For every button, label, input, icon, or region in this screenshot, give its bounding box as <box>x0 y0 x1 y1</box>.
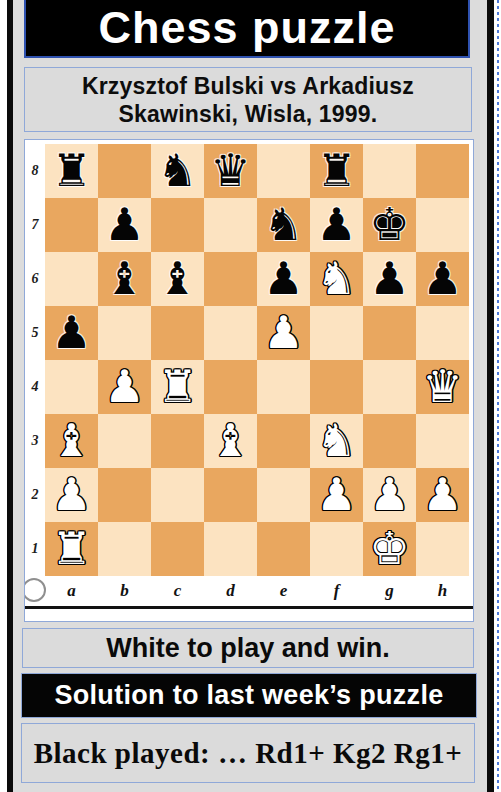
board-panel: 8♜︎♞︎♛︎♜︎7♟︎♞︎♟︎♚︎6♝︎♝︎♟︎♞︎♟︎♟︎5♟︎♟︎4♟︎♜… <box>24 139 474 622</box>
square-g2: ♟︎ <box>363 468 416 522</box>
white-knight: ♞︎ <box>316 252 356 306</box>
square-h5 <box>416 306 469 360</box>
black-knight: ♞︎ <box>157 144 197 198</box>
square-c1 <box>151 522 204 576</box>
square-g7: ♚︎ <box>363 198 416 252</box>
white-queen: ♛︎ <box>422 360 462 414</box>
file-label-f: f <box>310 576 363 606</box>
square-b4: ♟︎ <box>98 360 151 414</box>
square-a3: ♝︎ <box>45 414 98 468</box>
white-pawn: ♟︎ <box>316 468 356 522</box>
white-to-move-circle <box>24 578 46 602</box>
rank-label-3: 3 <box>25 414 45 468</box>
square-c3 <box>151 414 204 468</box>
file-strip-corner <box>25 576 45 606</box>
file-label-d: d <box>204 576 257 606</box>
square-d4 <box>204 360 257 414</box>
black-rook: ♜︎ <box>316 144 356 198</box>
file-label-h: h <box>416 576 469 606</box>
rank-label-1: 1 <box>25 522 45 576</box>
page-title: Chess puzzle <box>98 0 395 54</box>
square-b7: ♟︎ <box>98 198 151 252</box>
square-f7: ♟︎ <box>310 198 363 252</box>
square-e2 <box>257 468 310 522</box>
square-b2 <box>98 468 151 522</box>
black-pawn: ♟︎ <box>263 252 303 306</box>
black-bishop: ♝︎ <box>157 252 197 306</box>
black-pawn: ♟︎ <box>316 198 356 252</box>
solution-header-box: Solution to last week’s puzzle <box>21 673 477 718</box>
square-h7 <box>416 198 469 252</box>
square-b8 <box>98 144 151 198</box>
square-f4 <box>310 360 363 414</box>
square-a1: ♜︎ <box>45 522 98 576</box>
square-g4 <box>363 360 416 414</box>
square-e3 <box>257 414 310 468</box>
square-g3 <box>363 414 416 468</box>
square-f1 <box>310 522 363 576</box>
square-d2 <box>204 468 257 522</box>
file-label-a: a <box>45 576 98 606</box>
left-frame-bar <box>7 0 13 792</box>
square-h6: ♟︎ <box>416 252 469 306</box>
file-label-b: b <box>98 576 151 606</box>
square-c8: ♞︎ <box>151 144 204 198</box>
square-h2: ♟︎ <box>416 468 469 522</box>
file-label-g: g <box>363 576 416 606</box>
square-a7 <box>45 198 98 252</box>
solution-header-text: Solution to last week’s puzzle <box>54 680 443 711</box>
rank-label-7: 7 <box>25 198 45 252</box>
square-d3: ♝︎ <box>204 414 257 468</box>
square-f8: ♜︎ <box>310 144 363 198</box>
square-f6: ♞︎ <box>310 252 363 306</box>
square-d5 <box>204 306 257 360</box>
event-players: Krzysztof Bulski vs Arkadiusz <box>82 72 414 100</box>
square-b6: ♝︎ <box>98 252 151 306</box>
right-frame-bar <box>487 0 494 792</box>
white-king: ♚︎ <box>369 522 409 576</box>
white-rook: ♜︎ <box>157 360 197 414</box>
square-d7 <box>204 198 257 252</box>
square-e5: ♟︎ <box>257 306 310 360</box>
black-king: ♚︎ <box>369 198 409 252</box>
square-e8 <box>257 144 310 198</box>
black-queen: ♛︎ <box>210 144 250 198</box>
square-a5: ♟︎ <box>45 306 98 360</box>
square-b1 <box>98 522 151 576</box>
black-pawn: ♟︎ <box>369 252 409 306</box>
square-a2: ♟︎ <box>45 468 98 522</box>
title-banner: Chess puzzle <box>24 0 470 58</box>
rank-label-6: 6 <box>25 252 45 306</box>
square-c5 <box>151 306 204 360</box>
white-bishop: ♝︎ <box>51 414 91 468</box>
black-pawn: ♟︎ <box>422 252 462 306</box>
square-g8 <box>363 144 416 198</box>
square-c2 <box>151 468 204 522</box>
rank-label-2: 2 <box>25 468 45 522</box>
square-c6: ♝︎ <box>151 252 204 306</box>
event-box: Krzysztof Bulski vs Arkadiusz Skawinski,… <box>24 67 472 132</box>
square-h3 <box>416 414 469 468</box>
square-f3: ♞︎ <box>310 414 363 468</box>
square-h1 <box>416 522 469 576</box>
square-a6 <box>45 252 98 306</box>
event-venue-year: Skawinski, Wisla, 1999. <box>119 100 378 128</box>
square-g6: ♟︎ <box>363 252 416 306</box>
selection-marquee-edge <box>497 0 499 792</box>
square-d8: ♛︎ <box>204 144 257 198</box>
square-e6: ♟︎ <box>257 252 310 306</box>
rank-label-4: 4 <box>25 360 45 414</box>
square-a8: ♜︎ <box>45 144 98 198</box>
square-b3 <box>98 414 151 468</box>
white-pawn: ♟︎ <box>422 468 462 522</box>
square-e4 <box>257 360 310 414</box>
rank-label-8: 8 <box>25 144 45 198</box>
board-grid: 8♜︎♞︎♛︎♜︎7♟︎♞︎♟︎♚︎6♝︎♝︎♟︎♞︎♟︎♟︎5♟︎♟︎4♟︎♜… <box>25 144 473 606</box>
white-pawn: ♟︎ <box>369 468 409 522</box>
square-g5 <box>363 306 416 360</box>
file-label-e: e <box>257 576 310 606</box>
white-bishop: ♝︎ <box>210 414 250 468</box>
square-d1 <box>204 522 257 576</box>
white-knight: ♞︎ <box>316 414 356 468</box>
rank-label-5: 5 <box>25 306 45 360</box>
square-f5 <box>310 306 363 360</box>
file-label-c: c <box>151 576 204 606</box>
square-b5 <box>98 306 151 360</box>
prompt-box: White to play and win. <box>22 628 474 668</box>
square-a4 <box>45 360 98 414</box>
square-f2: ♟︎ <box>310 468 363 522</box>
white-pawn: ♟︎ <box>51 468 91 522</box>
square-c4: ♜︎ <box>151 360 204 414</box>
white-pawn: ♟︎ <box>263 306 303 360</box>
square-e1 <box>257 522 310 576</box>
square-h4: ♛︎ <box>416 360 469 414</box>
solution-moves-text: Black played: … Rd1+ Kg2 Rg1+ <box>34 737 463 770</box>
page: Chess puzzle Krzysztof Bulski vs Arkadiu… <box>0 0 501 792</box>
black-rook: ♜︎ <box>51 144 91 198</box>
black-pawn: ♟︎ <box>104 198 144 252</box>
white-pawn: ♟︎ <box>104 360 144 414</box>
white-rook: ♜︎ <box>51 522 91 576</box>
black-pawn: ♟︎ <box>51 306 91 360</box>
square-h8 <box>416 144 469 198</box>
square-g1: ♚︎ <box>363 522 416 576</box>
square-c7 <box>151 198 204 252</box>
solution-moves-box: Black played: … Rd1+ Kg2 Rg1+ <box>21 723 475 783</box>
black-bishop: ♝︎ <box>104 252 144 306</box>
prompt-text: White to play and win. <box>106 633 390 664</box>
black-knight: ♞︎ <box>263 198 303 252</box>
board-bottom-rule <box>25 606 473 609</box>
square-d6 <box>204 252 257 306</box>
square-e7: ♞︎ <box>257 198 310 252</box>
